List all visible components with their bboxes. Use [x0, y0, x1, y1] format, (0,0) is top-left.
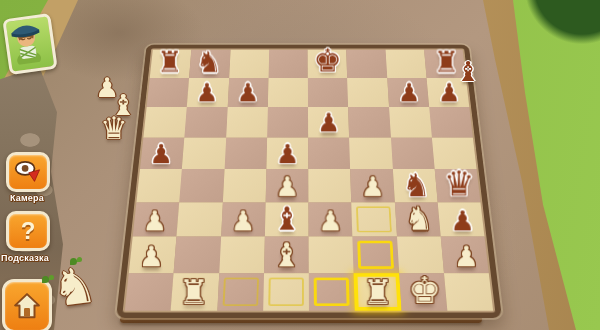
- square-h2[interactable]: ♟: [441, 237, 489, 273]
- square-a7[interactable]: [147, 78, 190, 107]
- hint-button-label: Подсказка: [0, 253, 55, 263]
- square-d6[interactable]: [267, 107, 308, 137]
- avatar-boy-illustration: [6, 17, 48, 66]
- black-rook-a8[interactable]: ♜: [150, 46, 189, 77]
- white-rook-f1[interactable]: ♜: [355, 274, 401, 310]
- square-c3[interactable]: ♟: [221, 202, 266, 237]
- white-rook-b1[interactable]: ♜: [171, 274, 217, 310]
- square-b3[interactable]: [177, 202, 223, 237]
- black-pawn-a5[interactable]: ♟: [140, 140, 182, 168]
- white-pawn-d4[interactable]: ♟: [265, 172, 308, 201]
- square-b5[interactable]: [182, 137, 226, 169]
- white-pawn-a2[interactable]: ♟: [129, 242, 174, 272]
- square-a1[interactable]: [125, 273, 174, 311]
- black-pawn-b7[interactable]: ♟: [187, 79, 227, 106]
- eye-icon: [13, 159, 43, 185]
- black-knight-g4[interactable]: ♞: [394, 168, 437, 201]
- black-queen-h4[interactable]: ♛: [437, 166, 480, 201]
- square-g8[interactable]: [385, 50, 426, 78]
- captured-white-queen: ♛: [100, 110, 128, 146]
- board-grid: ♜♞♚♜♟♟♟♟♟♟♟♟♟♞♛♟♟♝♟♞♟♟♝♟♜♜♚: [116, 45, 502, 318]
- captured-black-bishop: ♝: [456, 56, 480, 87]
- captured-white-knight-on-ground: ♞: [49, 255, 101, 318]
- square-d8[interactable]: [268, 50, 308, 78]
- square-f3[interactable]: [351, 202, 396, 237]
- square-b8[interactable]: ♞: [189, 50, 230, 78]
- square-f7[interactable]: [347, 78, 388, 107]
- square-g6[interactable]: [389, 107, 432, 137]
- white-pawn-f4[interactable]: ♟: [351, 172, 394, 201]
- question-mark-icon: ?: [21, 220, 36, 242]
- square-f2[interactable]: [353, 237, 399, 273]
- square-c5[interactable]: [224, 137, 267, 169]
- square-b2[interactable]: [174, 237, 221, 273]
- white-bishop-d2[interactable]: ♝: [264, 237, 309, 272]
- square-a2[interactable]: ♟: [129, 237, 177, 273]
- home-icon: [12, 291, 42, 321]
- black-king-e8[interactable]: ♚: [308, 45, 347, 77]
- square-e6[interactable]: ♟: [308, 107, 349, 137]
- square-d5[interactable]: ♟: [266, 137, 308, 169]
- square-e8[interactable]: ♚: [308, 50, 348, 78]
- black-pawn-d5[interactable]: ♟: [266, 140, 308, 168]
- white-pawn-e3[interactable]: ♟: [309, 206, 353, 235]
- black-pawn-g7[interactable]: ♟: [389, 79, 429, 106]
- square-a6[interactable]: [143, 107, 187, 137]
- square-g3[interactable]: ♞: [394, 202, 440, 237]
- square-b4[interactable]: [179, 169, 224, 202]
- square-h3[interactable]: ♟: [437, 202, 484, 237]
- white-pawn-h2[interactable]: ♟: [444, 242, 489, 272]
- square-f8[interactable]: [346, 50, 386, 78]
- white-pawn-c3[interactable]: ♟: [221, 206, 265, 235]
- square-e3[interactable]: ♟: [308, 202, 352, 237]
- square-c1[interactable]: [217, 273, 264, 311]
- hint-button[interactable]: ?: [6, 211, 50, 251]
- square-e4[interactable]: [308, 169, 351, 202]
- square-h1[interactable]: [444, 273, 493, 311]
- square-c4[interactable]: [222, 169, 266, 202]
- square-g4[interactable]: ♞: [392, 169, 437, 202]
- square-e5[interactable]: [308, 137, 350, 169]
- black-pawn-h3[interactable]: ♟: [440, 206, 484, 235]
- sprout-on-knight: [70, 258, 77, 265]
- square-g5[interactable]: [390, 137, 434, 169]
- square-b1[interactable]: ♜: [171, 273, 219, 311]
- square-g1[interactable]: ♚: [399, 273, 447, 311]
- square-e7[interactable]: [308, 78, 348, 107]
- square-d7[interactable]: [268, 78, 308, 107]
- square-e2[interactable]: [309, 237, 354, 273]
- square-f4[interactable]: ♟: [350, 169, 394, 202]
- square-d2[interactable]: ♝: [264, 237, 309, 273]
- square-a5[interactable]: ♟: [140, 137, 185, 169]
- square-e1[interactable]: [309, 273, 355, 311]
- square-d3[interactable]: ♝: [265, 202, 309, 237]
- square-a4[interactable]: [136, 169, 182, 202]
- square-g7[interactable]: ♟: [387, 78, 429, 107]
- square-c8[interactable]: [229, 50, 269, 78]
- square-f6[interactable]: [348, 107, 390, 137]
- square-h6[interactable]: [429, 107, 473, 137]
- home-button[interactable]: [2, 279, 52, 330]
- square-a3[interactable]: ♟: [133, 202, 180, 237]
- camera-button[interactable]: [6, 152, 50, 192]
- square-g2[interactable]: [397, 237, 444, 273]
- white-pawn-a3[interactable]: ♟: [133, 206, 177, 235]
- square-b6[interactable]: [185, 107, 228, 137]
- square-a8[interactable]: ♜: [150, 50, 192, 78]
- board-scene: ♜♞♚♜♟♟♟♟♟♟♟♟♟♞♛♟♟♝♟♞♟♟♝♟♜♜♚: [116, 28, 486, 318]
- white-king-g1[interactable]: ♚: [401, 272, 447, 310]
- player-avatar[interactable]: [2, 13, 57, 75]
- square-b7[interactable]: ♟: [187, 78, 229, 107]
- black-knight-b8[interactable]: ♞: [189, 46, 228, 77]
- square-c6[interactable]: [226, 107, 268, 137]
- sprout-on-home-button: [42, 276, 49, 283]
- square-d1[interactable]: [263, 273, 309, 311]
- black-bishop-d3[interactable]: ♝: [265, 202, 309, 236]
- square-c7[interactable]: ♟: [227, 78, 268, 107]
- camera-button-label: Камера: [0, 193, 57, 203]
- square-h4[interactable]: ♛: [434, 169, 480, 202]
- square-c2[interactable]: [219, 237, 265, 273]
- square-d4[interactable]: ♟: [265, 169, 308, 202]
- white-knight-g3[interactable]: ♞: [396, 202, 440, 236]
- black-pawn-c7[interactable]: ♟: [227, 79, 267, 106]
- black-pawn-e6[interactable]: ♟: [308, 109, 349, 137]
- square-f5[interactable]: [349, 137, 392, 169]
- square-f1[interactable]: ♜: [354, 273, 401, 311]
